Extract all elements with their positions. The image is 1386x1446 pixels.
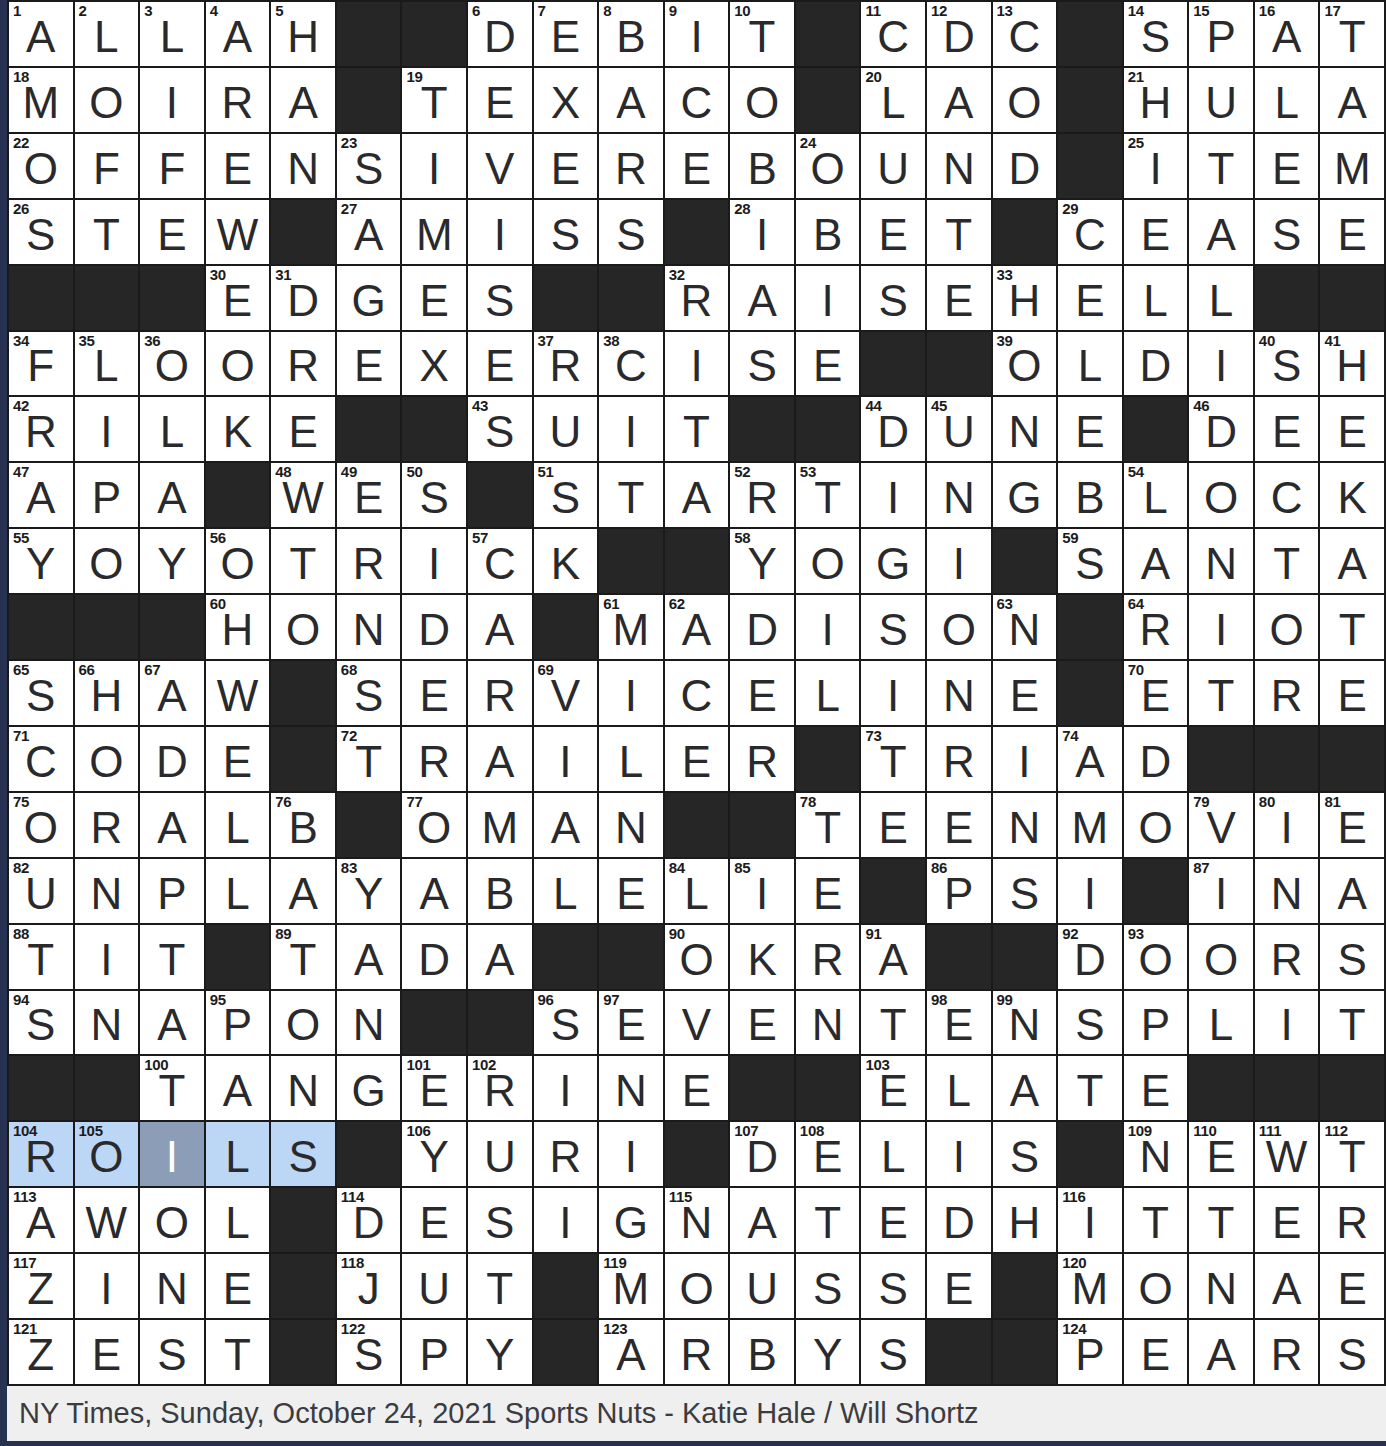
cell-r12c8[interactable]: A — [468, 727, 532, 791]
cell-r12c6[interactable]: 72T — [337, 727, 401, 791]
cell-r10c8[interactable]: A — [468, 595, 532, 659]
cell-r9c2[interactable]: O — [75, 529, 139, 593]
cell-r9c21[interactable]: A — [1320, 529, 1384, 593]
cell-r14c12[interactable]: 85I — [730, 859, 794, 923]
cell-r4c13[interactable]: B — [796, 200, 860, 264]
cell-r21c6[interactable]: 122S — [337, 1320, 401, 1384]
cell-r9c9[interactable]: K — [534, 529, 598, 593]
cell-r5c6[interactable]: G — [337, 266, 401, 330]
cell-r2c16[interactable]: O — [993, 68, 1057, 132]
cell-r2c5[interactable]: A — [271, 68, 335, 132]
cell-r19c21[interactable]: R — [1320, 1188, 1384, 1252]
cell-r3c7[interactable]: I — [402, 134, 466, 198]
cell-r3c19[interactable]: T — [1189, 134, 1253, 198]
cell-r19c8[interactable]: S — [468, 1188, 532, 1252]
cell-r6c7[interactable]: X — [402, 332, 466, 396]
cell-r13c5[interactable]: 76B — [271, 793, 335, 857]
cell-r13c15[interactable]: E — [927, 793, 991, 857]
cell-r12c9[interactable]: I — [534, 727, 598, 791]
cell-r11c19[interactable]: T — [1189, 661, 1253, 725]
cell-r16c15[interactable]: 98E — [927, 991, 991, 1055]
cell-r20c8[interactable]: T — [468, 1254, 532, 1318]
cell-r7c19[interactable]: 46D — [1189, 397, 1253, 461]
cell-r19c9[interactable]: I — [534, 1188, 598, 1252]
cell-r18c1[interactable]: 104R — [9, 1122, 73, 1186]
cell-r15c14[interactable]: 91A — [861, 925, 925, 989]
cell-r11c4[interactable]: W — [206, 661, 270, 725]
cell-r21c4[interactable]: T — [206, 1320, 270, 1384]
cell-r10c21[interactable]: T — [1320, 595, 1384, 659]
cell-r16c18[interactable]: P — [1124, 991, 1188, 1055]
cell-r14c7[interactable]: A — [402, 859, 466, 923]
cell-r1c8[interactable]: 6D — [468, 2, 532, 66]
cell-r11c10[interactable]: I — [599, 661, 663, 725]
cell-r17c17[interactable]: T — [1058, 1056, 1122, 1120]
cell-r12c17[interactable]: 74A — [1058, 727, 1122, 791]
cell-r1c9[interactable]: 7E — [534, 2, 598, 66]
cell-r17c9[interactable]: I — [534, 1056, 598, 1120]
cell-r8c11[interactable]: A — [665, 463, 729, 527]
cell-r14c2[interactable]: N — [75, 859, 139, 923]
cell-r9c20[interactable]: T — [1255, 529, 1319, 593]
cell-r19c19[interactable]: T — [1189, 1188, 1253, 1252]
cell-r2c15[interactable]: A — [927, 68, 991, 132]
cell-r19c11[interactable]: 115N — [665, 1188, 729, 1252]
cell-r6c19[interactable]: I — [1189, 332, 1253, 396]
cell-r5c5[interactable]: 31D — [271, 266, 335, 330]
cell-r13c1[interactable]: 75O — [9, 793, 73, 857]
cell-r9c12[interactable]: 58Y — [730, 529, 794, 593]
cell-r14c6[interactable]: 83Y — [337, 859, 401, 923]
cell-r21c10[interactable]: 123A — [599, 1320, 663, 1384]
cell-r5c19[interactable]: L — [1189, 266, 1253, 330]
cell-r7c21[interactable]: E — [1320, 397, 1384, 461]
cell-r13c16[interactable]: N — [993, 793, 1057, 857]
cell-r17c14[interactable]: 103E — [861, 1056, 925, 1120]
cell-r21c2[interactable]: E — [75, 1320, 139, 1384]
cell-r18c2[interactable]: 105O — [75, 1122, 139, 1186]
cell-r15c5[interactable]: 89T — [271, 925, 335, 989]
cell-r10c13[interactable]: I — [796, 595, 860, 659]
cell-r17c8[interactable]: 102R — [468, 1056, 532, 1120]
cell-r3c2[interactable]: F — [75, 134, 139, 198]
cell-r7c5[interactable]: E — [271, 397, 335, 461]
cell-r20c14[interactable]: S — [861, 1254, 925, 1318]
cell-r2c8[interactable]: E — [468, 68, 532, 132]
cell-r11c13[interactable]: L — [796, 661, 860, 725]
cell-r16c3[interactable]: A — [140, 991, 204, 1055]
cell-r13c9[interactable]: A — [534, 793, 598, 857]
cell-r11c20[interactable]: R — [1255, 661, 1319, 725]
cell-r17c4[interactable]: A — [206, 1056, 270, 1120]
cell-r19c4[interactable]: L — [206, 1188, 270, 1252]
cell-r4c12[interactable]: 28I — [730, 200, 794, 264]
cell-r7c11[interactable]: T — [665, 397, 729, 461]
cell-r13c17[interactable]: M — [1058, 793, 1122, 857]
cell-r5c17[interactable]: E — [1058, 266, 1122, 330]
cell-r3c12[interactable]: B — [730, 134, 794, 198]
cell-r19c2[interactable]: W — [75, 1188, 139, 1252]
cell-r14c15[interactable]: 86P — [927, 859, 991, 923]
cell-r14c4[interactable]: L — [206, 859, 270, 923]
cell-r21c21[interactable]: S — [1320, 1320, 1384, 1384]
cell-r14c8[interactable]: B — [468, 859, 532, 923]
cell-r21c3[interactable]: S — [140, 1320, 204, 1384]
cell-r17c16[interactable]: A — [993, 1056, 1057, 1120]
cell-r19c3[interactable]: O — [140, 1188, 204, 1252]
cell-r15c1[interactable]: 88T — [9, 925, 73, 989]
cell-r6c18[interactable]: D — [1124, 332, 1188, 396]
cell-r8c21[interactable]: K — [1320, 463, 1384, 527]
cell-r15c7[interactable]: D — [402, 925, 466, 989]
cell-r7c14[interactable]: 44D — [861, 397, 925, 461]
cell-r14c3[interactable]: P — [140, 859, 204, 923]
cell-r8c19[interactable]: O — [1189, 463, 1253, 527]
cell-r20c15[interactable]: E — [927, 1254, 991, 1318]
cell-r2c19[interactable]: U — [1189, 68, 1253, 132]
cell-r21c18[interactable]: E — [1124, 1320, 1188, 1384]
cell-r20c10[interactable]: 119M — [599, 1254, 663, 1318]
cell-r15c12[interactable]: K — [730, 925, 794, 989]
cell-r2c10[interactable]: A — [599, 68, 663, 132]
cell-r16c4[interactable]: 95P — [206, 991, 270, 1055]
cell-r9c14[interactable]: G — [861, 529, 925, 593]
cell-r18c7[interactable]: 106Y — [402, 1122, 466, 1186]
cell-r11c6[interactable]: 68S — [337, 661, 401, 725]
cell-r3c8[interactable]: V — [468, 134, 532, 198]
cell-r10c15[interactable]: O — [927, 595, 991, 659]
cell-r6c1[interactable]: 34F — [9, 332, 73, 396]
cell-r15c8[interactable]: A — [468, 925, 532, 989]
cell-r4c7[interactable]: M — [402, 200, 466, 264]
cell-r21c14[interactable]: S — [861, 1320, 925, 1384]
cell-r5c11[interactable]: 32R — [665, 266, 729, 330]
cell-r11c18[interactable]: 70E — [1124, 661, 1188, 725]
cell-r6c6[interactable]: E — [337, 332, 401, 396]
cell-r11c7[interactable]: E — [402, 661, 466, 725]
cell-r7c16[interactable]: N — [993, 397, 1057, 461]
cell-r6c12[interactable]: S — [730, 332, 794, 396]
cell-r21c13[interactable]: Y — [796, 1320, 860, 1384]
cell-r9c3[interactable]: Y — [140, 529, 204, 593]
cell-r12c2[interactable]: O — [75, 727, 139, 791]
cell-r2c20[interactable]: L — [1255, 68, 1319, 132]
cell-r16c16[interactable]: 99N — [993, 991, 1057, 1055]
cell-r6c9[interactable]: 37R — [534, 332, 598, 396]
cell-r14c13[interactable]: E — [796, 859, 860, 923]
cell-r16c1[interactable]: 94S — [9, 991, 73, 1055]
cell-r20c4[interactable]: E — [206, 1254, 270, 1318]
cell-r8c15[interactable]: N — [927, 463, 991, 527]
cell-r18c3[interactable]: I — [140, 1122, 204, 1186]
cell-r16c2[interactable]: N — [75, 991, 139, 1055]
cell-r4c8[interactable]: I — [468, 200, 532, 264]
cell-r11c2[interactable]: 66H — [75, 661, 139, 725]
cell-r9c4[interactable]: 56O — [206, 529, 270, 593]
cell-r11c8[interactable]: R — [468, 661, 532, 725]
cell-r2c1[interactable]: 18M — [9, 68, 73, 132]
cell-r12c7[interactable]: R — [402, 727, 466, 791]
cell-r6c2[interactable]: 35L — [75, 332, 139, 396]
cell-r12c18[interactable]: D — [1124, 727, 1188, 791]
cell-r7c1[interactable]: 42R — [9, 397, 73, 461]
cell-r2c11[interactable]: C — [665, 68, 729, 132]
cell-r12c11[interactable]: E — [665, 727, 729, 791]
cell-r6c4[interactable]: O — [206, 332, 270, 396]
cell-r1c2[interactable]: 2L — [75, 2, 139, 66]
cell-r1c10[interactable]: 8B — [599, 2, 663, 66]
cell-r8c13[interactable]: 53T — [796, 463, 860, 527]
cell-r17c5[interactable]: N — [271, 1056, 335, 1120]
cell-r14c9[interactable]: L — [534, 859, 598, 923]
cell-r13c13[interactable]: 78T — [796, 793, 860, 857]
cell-r4c15[interactable]: T — [927, 200, 991, 264]
cell-r16c19[interactable]: L — [1189, 991, 1253, 1055]
cell-r21c7[interactable]: P — [402, 1320, 466, 1384]
cell-r19c12[interactable]: A — [730, 1188, 794, 1252]
cell-r16c5[interactable]: O — [271, 991, 335, 1055]
cell-r16c6[interactable]: N — [337, 991, 401, 1055]
cell-r19c14[interactable]: E — [861, 1188, 925, 1252]
cell-r5c15[interactable]: E — [927, 266, 991, 330]
cell-r8c9[interactable]: 51S — [534, 463, 598, 527]
cell-r20c11[interactable]: O — [665, 1254, 729, 1318]
cell-r18c4[interactable]: L — [206, 1122, 270, 1186]
cell-r2c9[interactable]: X — [534, 68, 598, 132]
cell-r8c17[interactable]: B — [1058, 463, 1122, 527]
cell-r6c11[interactable]: I — [665, 332, 729, 396]
cell-r20c7[interactable]: U — [402, 1254, 466, 1318]
cell-r5c12[interactable]: A — [730, 266, 794, 330]
cell-r6c17[interactable]: L — [1058, 332, 1122, 396]
cell-r5c4[interactable]: 30E — [206, 266, 270, 330]
cell-r19c1[interactable]: 113A — [9, 1188, 73, 1252]
cell-r14c16[interactable]: S — [993, 859, 1057, 923]
cell-r20c13[interactable]: S — [796, 1254, 860, 1318]
cell-r13c18[interactable]: O — [1124, 793, 1188, 857]
cell-r3c18[interactable]: 25I — [1124, 134, 1188, 198]
cell-r8c20[interactable]: C — [1255, 463, 1319, 527]
cell-r2c3[interactable]: I — [140, 68, 204, 132]
cell-r3c6[interactable]: 23S — [337, 134, 401, 198]
cell-r15c20[interactable]: R — [1255, 925, 1319, 989]
cell-r18c8[interactable]: U — [468, 1122, 532, 1186]
cell-r5c13[interactable]: I — [796, 266, 860, 330]
cell-r18c19[interactable]: 110E — [1189, 1122, 1253, 1186]
cell-r14c20[interactable]: N — [1255, 859, 1319, 923]
cell-r6c5[interactable]: R — [271, 332, 335, 396]
cell-r19c7[interactable]: E — [402, 1188, 466, 1252]
cell-r11c16[interactable]: E — [993, 661, 1057, 725]
cell-r10c5[interactable]: O — [271, 595, 335, 659]
cell-r3c20[interactable]: E — [1255, 134, 1319, 198]
cell-r2c14[interactable]: 20L — [861, 68, 925, 132]
cell-r16c20[interactable]: I — [1255, 991, 1319, 1055]
cell-r3c15[interactable]: N — [927, 134, 991, 198]
cell-r3c9[interactable]: E — [534, 134, 598, 198]
cell-r7c17[interactable]: E — [1058, 397, 1122, 461]
cell-r8c2[interactable]: P — [75, 463, 139, 527]
cell-r7c3[interactable]: L — [140, 397, 204, 461]
cell-r8c6[interactable]: 49E — [337, 463, 401, 527]
cell-r17c18[interactable]: E — [1124, 1056, 1188, 1120]
cell-r7c15[interactable]: 45U — [927, 397, 991, 461]
cell-r19c10[interactable]: G — [599, 1188, 663, 1252]
cell-r12c4[interactable]: E — [206, 727, 270, 791]
cell-r15c2[interactable]: I — [75, 925, 139, 989]
cell-r21c12[interactable]: B — [730, 1320, 794, 1384]
cell-r9c18[interactable]: A — [1124, 529, 1188, 593]
cell-r2c4[interactable]: R — [206, 68, 270, 132]
cell-r8c16[interactable]: G — [993, 463, 1057, 527]
cell-r15c6[interactable]: A — [337, 925, 401, 989]
cell-r8c7[interactable]: 50S — [402, 463, 466, 527]
cell-r11c11[interactable]: C — [665, 661, 729, 725]
cell-r19c17[interactable]: 116I — [1058, 1188, 1122, 1252]
cell-r21c17[interactable]: 124P — [1058, 1320, 1122, 1384]
cell-r16c21[interactable]: T — [1320, 991, 1384, 1055]
cell-r3c16[interactable]: D — [993, 134, 1057, 198]
cell-r11c14[interactable]: I — [861, 661, 925, 725]
cell-r3c14[interactable]: U — [861, 134, 925, 198]
cell-r13c10[interactable]: N — [599, 793, 663, 857]
cell-r11c1[interactable]: 65S — [9, 661, 73, 725]
cell-r10c10[interactable]: 61M — [599, 595, 663, 659]
cell-r5c18[interactable]: L — [1124, 266, 1188, 330]
cell-r7c20[interactable]: E — [1255, 397, 1319, 461]
cell-r20c21[interactable]: E — [1320, 1254, 1384, 1318]
cell-r1c19[interactable]: 15P — [1189, 2, 1253, 66]
cell-r7c9[interactable]: U — [534, 397, 598, 461]
cell-r17c15[interactable]: L — [927, 1056, 991, 1120]
cell-r1c12[interactable]: 10T — [730, 2, 794, 66]
cell-r13c2[interactable]: R — [75, 793, 139, 857]
cell-r9c5[interactable]: T — [271, 529, 335, 593]
cell-r6c8[interactable]: E — [468, 332, 532, 396]
cell-r13c19[interactable]: 79V — [1189, 793, 1253, 857]
cell-r18c12[interactable]: 107D — [730, 1122, 794, 1186]
cell-r3c11[interactable]: E — [665, 134, 729, 198]
cell-r17c6[interactable]: G — [337, 1056, 401, 1120]
cell-r18c16[interactable]: S — [993, 1122, 1057, 1186]
cell-r13c21[interactable]: 81E — [1320, 793, 1384, 857]
cell-r16c14[interactable]: T — [861, 991, 925, 1055]
cell-r9c19[interactable]: N — [1189, 529, 1253, 593]
cell-r12c1[interactable]: 71C — [9, 727, 73, 791]
cell-r4c3[interactable]: E — [140, 200, 204, 264]
cell-r16c13[interactable]: N — [796, 991, 860, 1055]
cell-r8c5[interactable]: 48W — [271, 463, 335, 527]
cell-r5c7[interactable]: E — [402, 266, 466, 330]
cell-r9c13[interactable]: O — [796, 529, 860, 593]
cell-r12c10[interactable]: L — [599, 727, 663, 791]
cell-r1c18[interactable]: 14S — [1124, 2, 1188, 66]
cell-r14c11[interactable]: 84L — [665, 859, 729, 923]
cell-r2c12[interactable]: O — [730, 68, 794, 132]
cell-r20c20[interactable]: A — [1255, 1254, 1319, 1318]
cell-r14c17[interactable]: I — [1058, 859, 1122, 923]
cell-r1c11[interactable]: 9I — [665, 2, 729, 66]
cell-r3c4[interactable]: E — [206, 134, 270, 198]
cell-r4c2[interactable]: T — [75, 200, 139, 264]
cell-r1c3[interactable]: 3L — [140, 2, 204, 66]
cell-r18c13[interactable]: 108E — [796, 1122, 860, 1186]
cell-r13c4[interactable]: L — [206, 793, 270, 857]
cell-r15c19[interactable]: O — [1189, 925, 1253, 989]
cell-r8c3[interactable]: A — [140, 463, 204, 527]
cell-r14c1[interactable]: 82U — [9, 859, 73, 923]
cell-r19c13[interactable]: T — [796, 1188, 860, 1252]
cell-r10c6[interactable]: N — [337, 595, 401, 659]
cell-r21c20[interactable]: R — [1255, 1320, 1319, 1384]
cell-r10c7[interactable]: D — [402, 595, 466, 659]
cell-r3c10[interactable]: R — [599, 134, 663, 198]
cell-r4c19[interactable]: A — [1189, 200, 1253, 264]
cell-r4c1[interactable]: 26S — [9, 200, 73, 264]
cell-r17c3[interactable]: 100T — [140, 1056, 204, 1120]
cell-r13c8[interactable]: M — [468, 793, 532, 857]
cell-r12c3[interactable]: D — [140, 727, 204, 791]
cell-r14c5[interactable]: A — [271, 859, 335, 923]
cell-r17c10[interactable]: N — [599, 1056, 663, 1120]
cell-r5c8[interactable]: S — [468, 266, 532, 330]
cell-r3c21[interactable]: M — [1320, 134, 1384, 198]
cell-r8c18[interactable]: 54L — [1124, 463, 1188, 527]
cell-r11c12[interactable]: E — [730, 661, 794, 725]
cell-r18c14[interactable]: L — [861, 1122, 925, 1186]
cell-r1c1[interactable]: 1A — [9, 2, 73, 66]
cell-r9c15[interactable]: I — [927, 529, 991, 593]
cell-r8c12[interactable]: 52R — [730, 463, 794, 527]
cell-r4c4[interactable]: W — [206, 200, 270, 264]
cell-r13c3[interactable]: A — [140, 793, 204, 857]
cell-r16c10[interactable]: 97E — [599, 991, 663, 1055]
cell-r10c11[interactable]: 62A — [665, 595, 729, 659]
cell-r14c19[interactable]: 87I — [1189, 859, 1253, 923]
cell-r5c16[interactable]: 33H — [993, 266, 1057, 330]
cell-r15c18[interactable]: 93O — [1124, 925, 1188, 989]
cell-r10c4[interactable]: 60H — [206, 595, 270, 659]
cell-r11c15[interactable]: N — [927, 661, 991, 725]
cell-r7c10[interactable]: I — [599, 397, 663, 461]
cell-r18c15[interactable]: I — [927, 1122, 991, 1186]
cell-r11c3[interactable]: 67A — [140, 661, 204, 725]
cell-r7c4[interactable]: K — [206, 397, 270, 461]
cell-r2c7[interactable]: 19T — [402, 68, 466, 132]
cell-r17c11[interactable]: E — [665, 1056, 729, 1120]
cell-r20c19[interactable]: N — [1189, 1254, 1253, 1318]
cell-r2c18[interactable]: 21H — [1124, 68, 1188, 132]
cell-r20c17[interactable]: 120M — [1058, 1254, 1122, 1318]
cell-r12c15[interactable]: R — [927, 727, 991, 791]
cell-r16c17[interactable]: S — [1058, 991, 1122, 1055]
cell-r4c10[interactable]: S — [599, 200, 663, 264]
cell-r2c2[interactable]: O — [75, 68, 139, 132]
cell-r13c20[interactable]: 80I — [1255, 793, 1319, 857]
cell-r3c5[interactable]: N — [271, 134, 335, 198]
cell-r18c20[interactable]: 111W — [1255, 1122, 1319, 1186]
cell-r1c16[interactable]: 13C — [993, 2, 1057, 66]
cell-r14c10[interactable]: E — [599, 859, 663, 923]
cell-r17c7[interactable]: 101E — [402, 1056, 466, 1120]
cell-r4c17[interactable]: 29C — [1058, 200, 1122, 264]
cell-r10c14[interactable]: S — [861, 595, 925, 659]
cell-r14c21[interactable]: A — [1320, 859, 1384, 923]
cell-r10c20[interactable]: O — [1255, 595, 1319, 659]
cell-r15c13[interactable]: R — [796, 925, 860, 989]
cell-r11c9[interactable]: 69V — [534, 661, 598, 725]
cell-r15c21[interactable]: S — [1320, 925, 1384, 989]
